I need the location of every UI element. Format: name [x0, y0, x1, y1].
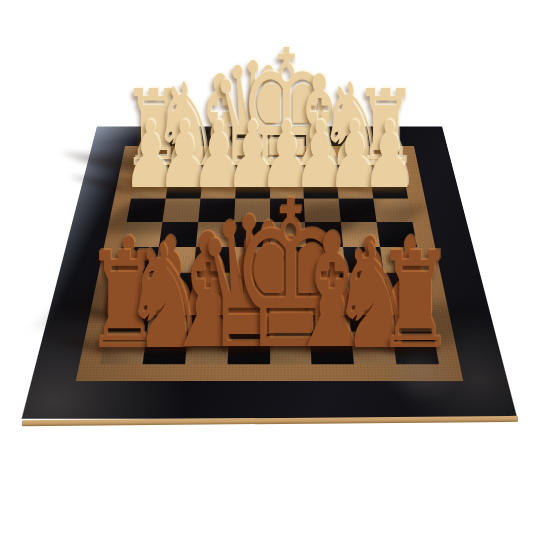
piece-dark-rook[interactable]: ♜	[349, 234, 481, 367]
photo-scene: ♜♞♝♛♚♝♞♜♟♟♟♟♟♟♟♟♟♟♟♟♟♟♟♟♜♞♝♛♚♝♞♜	[0, 0, 533, 533]
pieces-layer: ♜♞♝♛♚♝♞♜♟♟♟♟♟♟♟♟♟♟♟♟♟♟♟♟♜♞♝♛♚♝♞♜	[0, 0, 533, 533]
